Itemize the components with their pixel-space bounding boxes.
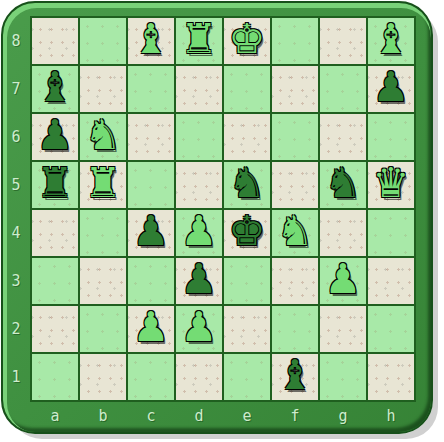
square-h3[interactable] xyxy=(368,258,414,304)
square-b2[interactable] xyxy=(80,306,126,352)
piece-light-pawn[interactable]: ♟ xyxy=(181,211,218,252)
square-g1[interactable] xyxy=(320,354,366,400)
square-b1[interactable] xyxy=(80,354,126,400)
square-g7[interactable] xyxy=(320,66,366,112)
square-a1[interactable] xyxy=(32,354,78,400)
piece-dark-pawn[interactable]: ♟ xyxy=(373,67,410,108)
square-e8[interactable]: ♚ xyxy=(224,18,270,64)
square-c3[interactable] xyxy=(128,258,174,304)
piece-dark-pawn[interactable]: ♟ xyxy=(181,259,218,300)
square-f5[interactable] xyxy=(272,162,318,208)
square-b8[interactable] xyxy=(80,18,126,64)
square-g2[interactable] xyxy=(320,306,366,352)
file-label-g: g xyxy=(320,402,366,430)
square-h1[interactable] xyxy=(368,354,414,400)
rank-labels: 87654321 xyxy=(2,16,30,402)
square-a8[interactable] xyxy=(32,18,78,64)
square-a6[interactable]: ♟ xyxy=(32,114,78,160)
rank-label-4: 4 xyxy=(2,210,30,256)
piece-light-rook[interactable]: ♜ xyxy=(181,19,218,60)
square-f7[interactable] xyxy=(272,66,318,112)
square-d6[interactable] xyxy=(176,114,222,160)
square-f8[interactable] xyxy=(272,18,318,64)
rank-label-5: 5 xyxy=(2,162,30,208)
file-label-h: h xyxy=(368,402,414,430)
file-labels: abcdefgh xyxy=(30,402,416,430)
square-b3[interactable] xyxy=(80,258,126,304)
piece-light-pawn[interactable]: ♟ xyxy=(325,259,362,300)
piece-dark-pawn[interactable]: ♟ xyxy=(133,211,170,252)
square-d8[interactable]: ♜ xyxy=(176,18,222,64)
square-g8[interactable] xyxy=(320,18,366,64)
square-b7[interactable] xyxy=(80,66,126,112)
square-h7[interactable]: ♟ xyxy=(368,66,414,112)
square-h6[interactable] xyxy=(368,114,414,160)
square-f2[interactable] xyxy=(272,306,318,352)
square-e1[interactable] xyxy=(224,354,270,400)
square-b4[interactable] xyxy=(80,210,126,256)
square-e2[interactable] xyxy=(224,306,270,352)
piece-light-rook[interactable]: ♜ xyxy=(85,163,122,204)
piece-dark-pawn[interactable]: ♟ xyxy=(37,115,74,156)
piece-dark-bishop[interactable]: ♝ xyxy=(37,67,74,108)
board: ♝♜♚♝♝♟♟♞♜♜♞♞♛♟♟♚♞♟♟♟♟♝ xyxy=(30,16,416,402)
file-label-c: c xyxy=(128,402,174,430)
rank-label-7: 7 xyxy=(2,66,30,112)
piece-light-king[interactable]: ♚ xyxy=(229,19,266,60)
square-g3[interactable]: ♟ xyxy=(320,258,366,304)
square-a7[interactable]: ♝ xyxy=(32,66,78,112)
file-label-d: d xyxy=(176,402,222,430)
square-h8[interactable]: ♝ xyxy=(368,18,414,64)
piece-light-queen[interactable]: ♛ xyxy=(373,163,410,204)
rank-label-6: 6 xyxy=(2,114,30,160)
square-g5[interactable]: ♞ xyxy=(320,162,366,208)
square-a2[interactable] xyxy=(32,306,78,352)
square-h2[interactable] xyxy=(368,306,414,352)
square-h5[interactable]: ♛ xyxy=(368,162,414,208)
file-label-a: a xyxy=(32,402,78,430)
square-d4[interactable]: ♟ xyxy=(176,210,222,256)
rank-label-8: 8 xyxy=(2,18,30,64)
rank-label-1: 1 xyxy=(2,354,30,400)
square-c2[interactable]: ♟ xyxy=(128,306,174,352)
square-c8[interactable]: ♝ xyxy=(128,18,174,64)
piece-light-knight[interactable]: ♞ xyxy=(277,211,314,252)
square-c4[interactable]: ♟ xyxy=(128,210,174,256)
square-g6[interactable] xyxy=(320,114,366,160)
square-f4[interactable]: ♞ xyxy=(272,210,318,256)
square-d3[interactable]: ♟ xyxy=(176,258,222,304)
piece-light-pawn[interactable]: ♟ xyxy=(133,307,170,348)
square-h4[interactable] xyxy=(368,210,414,256)
square-c7[interactable] xyxy=(128,66,174,112)
square-b6[interactable]: ♞ xyxy=(80,114,126,160)
piece-light-pawn[interactable]: ♟ xyxy=(181,307,218,348)
square-f3[interactable] xyxy=(272,258,318,304)
piece-dark-rook[interactable]: ♜ xyxy=(37,163,74,204)
square-f1[interactable]: ♝ xyxy=(272,354,318,400)
square-a5[interactable]: ♜ xyxy=(32,162,78,208)
square-e7[interactable] xyxy=(224,66,270,112)
piece-light-bishop[interactable]: ♝ xyxy=(373,19,410,60)
square-e3[interactable] xyxy=(224,258,270,304)
rank-label-3: 3 xyxy=(2,258,30,304)
file-label-b: b xyxy=(80,402,126,430)
square-c1[interactable] xyxy=(128,354,174,400)
file-label-f: f xyxy=(272,402,318,430)
square-e6[interactable] xyxy=(224,114,270,160)
rank-label-2: 2 xyxy=(2,306,30,352)
square-a4[interactable] xyxy=(32,210,78,256)
square-g4[interactable] xyxy=(320,210,366,256)
piece-dark-king[interactable]: ♚ xyxy=(229,211,266,252)
piece-dark-knight[interactable]: ♞ xyxy=(325,163,362,204)
chess-app-window: 87654321 ♝♜♚♝♝♟♟♞♜♜♞♞♛♟♟♚♞♟♟♟♟♝ abcdefgh xyxy=(0,0,444,442)
square-e5[interactable]: ♞ xyxy=(224,162,270,208)
square-a3[interactable] xyxy=(32,258,78,304)
square-c6[interactable] xyxy=(128,114,174,160)
square-d7[interactable] xyxy=(176,66,222,112)
square-d1[interactable] xyxy=(176,354,222,400)
square-c5[interactable] xyxy=(128,162,174,208)
file-label-e: e xyxy=(224,402,270,430)
piece-light-knight[interactable]: ♞ xyxy=(85,115,122,156)
piece-dark-knight[interactable]: ♞ xyxy=(229,163,266,204)
square-f6[interactable] xyxy=(272,114,318,160)
piece-dark-bishop[interactable]: ♝ xyxy=(277,355,314,396)
piece-light-bishop[interactable]: ♝ xyxy=(133,19,170,60)
square-e4[interactable]: ♚ xyxy=(224,210,270,256)
square-d5[interactable] xyxy=(176,162,222,208)
square-b5[interactable]: ♜ xyxy=(80,162,126,208)
square-d2[interactable]: ♟ xyxy=(176,306,222,352)
